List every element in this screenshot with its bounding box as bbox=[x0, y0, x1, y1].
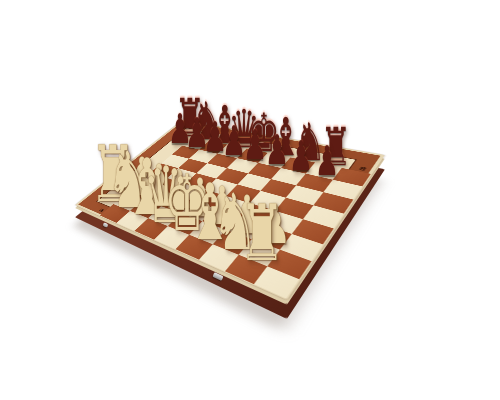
playing-area bbox=[100, 137, 371, 298]
chess-board: abcdefgh 87654321 bbox=[75, 120, 385, 300]
product-photo-scene: abcdefgh 87654321 ♜♞♝♛♚♝♞♜♟♟♟♟♟♟♟♟♟♟♟♟♟♟… bbox=[0, 0, 500, 400]
board-frame: abcdefgh 87654321 bbox=[78, 121, 380, 296]
